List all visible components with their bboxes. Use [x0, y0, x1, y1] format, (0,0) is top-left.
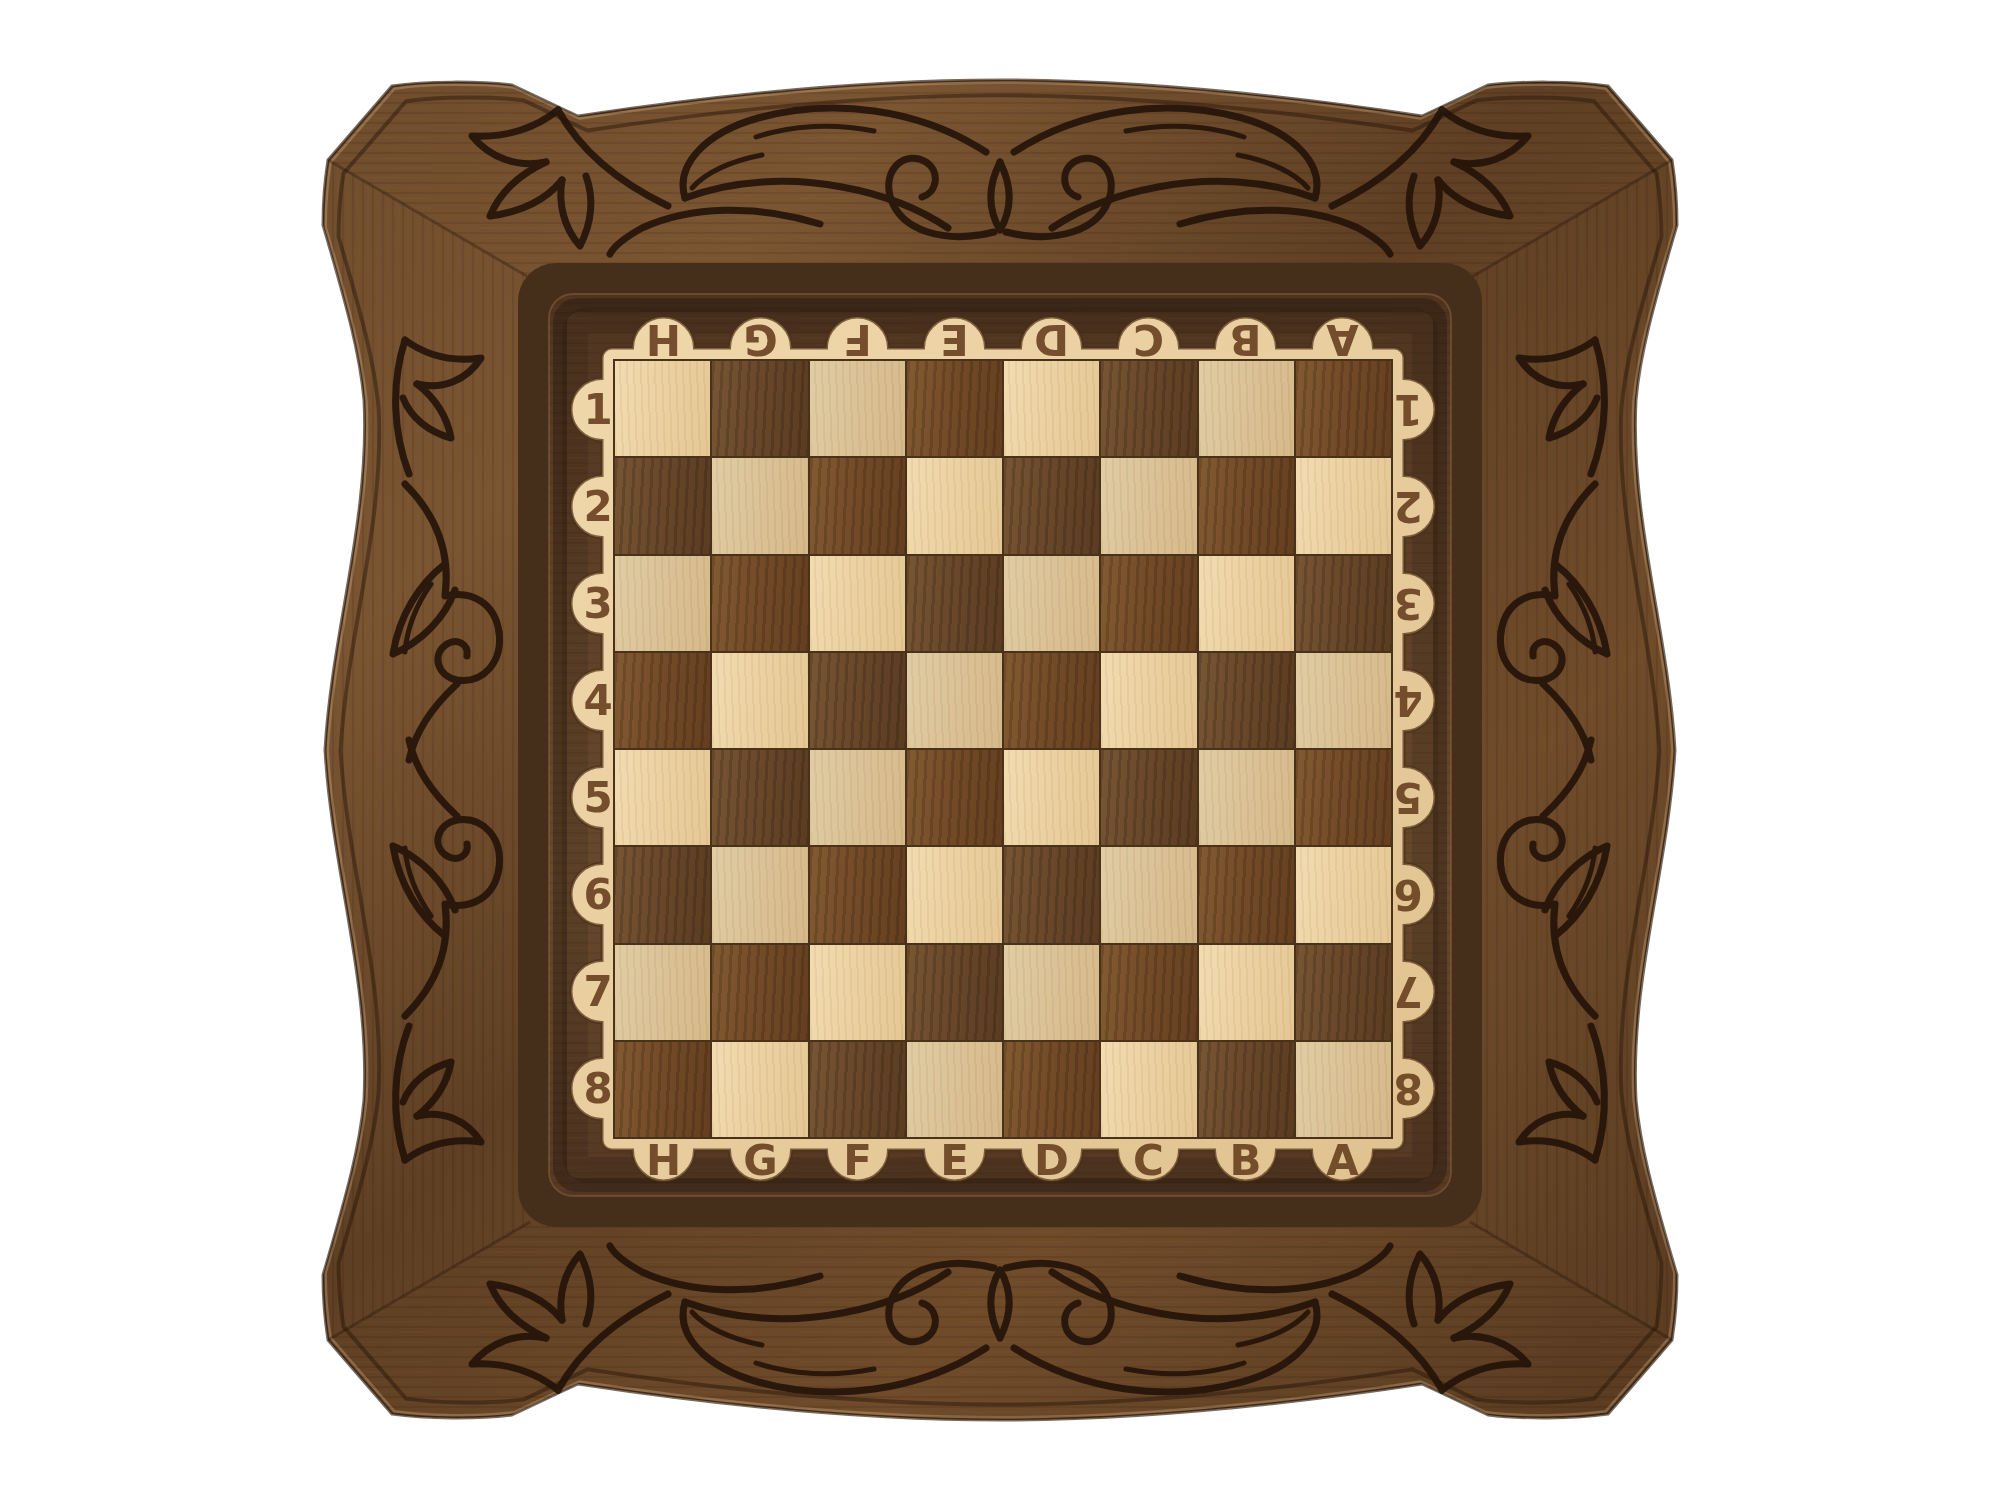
square-a5[interactable]	[1296, 750, 1391, 845]
file-label-top-f: F	[843, 315, 872, 364]
rank-label-right-1: 1	[1393, 385, 1422, 434]
rank-label-right-5: 5	[1393, 773, 1422, 822]
square-b3[interactable]	[1199, 556, 1294, 651]
square-h8[interactable]	[615, 1042, 710, 1137]
square-g8[interactable]	[712, 1042, 807, 1137]
rank-label-left-5: 5	[583, 773, 612, 822]
file-label-bottom-c: C	[1133, 1136, 1164, 1185]
file-label-bottom-h: H	[646, 1136, 681, 1185]
file-label-top-b: B	[1229, 315, 1261, 364]
square-h6[interactable]	[615, 847, 710, 942]
rank-label-left-2: 2	[583, 482, 612, 531]
square-g3[interactable]	[712, 556, 807, 651]
square-h3[interactable]	[615, 556, 710, 651]
file-label-bottom-f: F	[843, 1136, 872, 1185]
rank-label-right-2: 2	[1393, 482, 1422, 531]
screenshot-root: HGFEDCBAHGFEDCBA1234567812345678	[0, 0, 2000, 1499]
rank-label-right-7: 7	[1393, 967, 1422, 1016]
square-g2[interactable]	[712, 458, 807, 553]
square-c2[interactable]	[1101, 458, 1196, 553]
square-a3[interactable]	[1296, 556, 1391, 651]
file-label-top-d: D	[1034, 315, 1069, 364]
rank-label-right-8: 8	[1393, 1064, 1422, 1113]
file-label-top-e: E	[940, 315, 969, 364]
square-a8[interactable]	[1296, 1042, 1391, 1137]
square-c3[interactable]	[1101, 556, 1196, 651]
rank-label-left-7: 7	[583, 967, 612, 1016]
square-d4[interactable]	[1004, 653, 1099, 748]
file-label-top-c: C	[1133, 315, 1164, 364]
square-b4[interactable]	[1199, 653, 1294, 748]
file-label-bottom-a: A	[1326, 1136, 1359, 1185]
rank-label-right-3: 3	[1393, 579, 1422, 628]
square-d7[interactable]	[1004, 945, 1099, 1040]
square-h5[interactable]	[615, 750, 710, 845]
square-g6[interactable]	[712, 847, 807, 942]
square-f7[interactable]	[810, 945, 905, 1040]
square-e3[interactable]	[907, 556, 1002, 651]
square-b8[interactable]	[1199, 1042, 1294, 1137]
square-f6[interactable]	[810, 847, 905, 942]
file-label-bottom-d: D	[1034, 1136, 1069, 1185]
square-d1[interactable]	[1004, 361, 1099, 456]
rank-label-left-4: 4	[583, 676, 612, 725]
square-c8[interactable]	[1101, 1042, 1196, 1137]
rank-label-right-4: 4	[1393, 676, 1422, 725]
square-a6[interactable]	[1296, 847, 1391, 942]
rank-label-left-8: 8	[583, 1064, 612, 1113]
square-f8[interactable]	[810, 1042, 905, 1137]
file-label-bottom-e: E	[940, 1136, 969, 1185]
file-label-top-a: A	[1326, 315, 1359, 364]
file-label-top-h: H	[646, 315, 681, 364]
square-b6[interactable]	[1199, 847, 1294, 942]
square-b1[interactable]	[1199, 361, 1294, 456]
square-d5[interactable]	[1004, 750, 1099, 845]
square-h4[interactable]	[615, 653, 710, 748]
square-a7[interactable]	[1296, 945, 1391, 1040]
square-e7[interactable]	[907, 945, 1002, 1040]
square-c6[interactable]	[1101, 847, 1196, 942]
chess-board-grid	[613, 359, 1393, 1139]
square-e4[interactable]	[907, 653, 1002, 748]
square-h2[interactable]	[615, 458, 710, 553]
square-f4[interactable]	[810, 653, 905, 748]
square-a2[interactable]	[1296, 458, 1391, 553]
square-g1[interactable]	[712, 361, 807, 456]
file-label-bottom-g: G	[743, 1136, 777, 1185]
square-d3[interactable]	[1004, 556, 1099, 651]
square-b5[interactable]	[1199, 750, 1294, 845]
square-g5[interactable]	[712, 750, 807, 845]
square-e8[interactable]	[907, 1042, 1002, 1137]
square-a4[interactable]	[1296, 653, 1391, 748]
square-c7[interactable]	[1101, 945, 1196, 1040]
square-h1[interactable]	[615, 361, 710, 456]
rank-label-left-3: 3	[583, 579, 612, 628]
square-b2[interactable]	[1199, 458, 1294, 553]
square-e6[interactable]	[907, 847, 1002, 942]
square-c5[interactable]	[1101, 750, 1196, 845]
rank-label-right-6: 6	[1393, 870, 1422, 919]
square-e2[interactable]	[907, 458, 1002, 553]
square-f1[interactable]	[810, 361, 905, 456]
rank-label-left-1: 1	[583, 385, 612, 434]
rank-label-left-6: 6	[583, 870, 612, 919]
square-d8[interactable]	[1004, 1042, 1099, 1137]
square-g4[interactable]	[712, 653, 807, 748]
square-c1[interactable]	[1101, 361, 1196, 456]
file-label-bottom-b: B	[1229, 1136, 1261, 1185]
square-c4[interactable]	[1101, 653, 1196, 748]
square-a1[interactable]	[1296, 361, 1391, 456]
square-e1[interactable]	[907, 361, 1002, 456]
square-b7[interactable]	[1199, 945, 1294, 1040]
square-g7[interactable]	[712, 945, 807, 1040]
square-e5[interactable]	[907, 750, 1002, 845]
square-f5[interactable]	[810, 750, 905, 845]
square-f3[interactable]	[810, 556, 905, 651]
square-d2[interactable]	[1004, 458, 1099, 553]
square-f2[interactable]	[810, 458, 905, 553]
file-label-top-g: G	[743, 315, 777, 364]
square-d6[interactable]	[1004, 847, 1099, 942]
square-h7[interactable]	[615, 945, 710, 1040]
